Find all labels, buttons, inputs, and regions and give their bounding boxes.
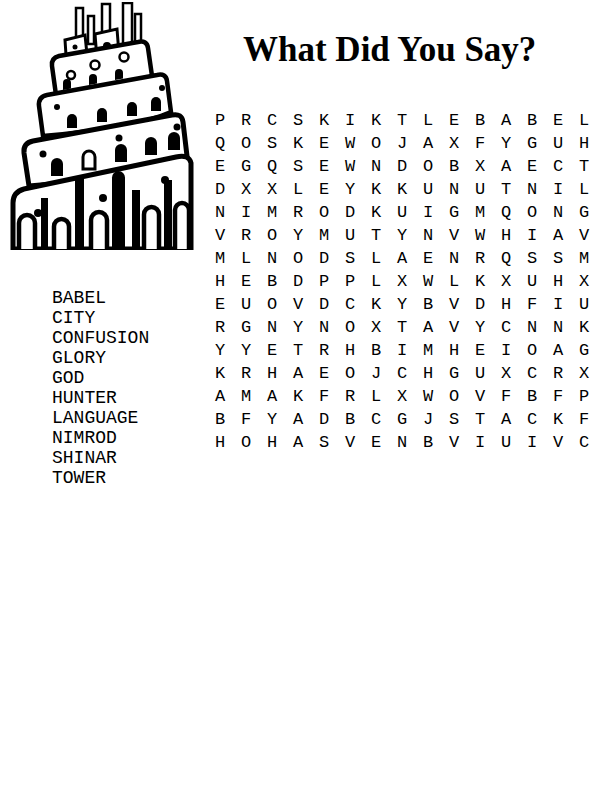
grid-cell[interactable]: E xyxy=(441,109,467,132)
grid-cell[interactable]: F xyxy=(519,293,545,316)
grid-cell[interactable]: D xyxy=(311,293,337,316)
grid-cell[interactable]: K xyxy=(207,362,233,385)
grid-cell[interactable]: T xyxy=(389,316,415,339)
grid-cell[interactable]: J xyxy=(363,362,389,385)
grid-cell[interactable]: Y xyxy=(337,178,363,201)
grid-cell[interactable]: L xyxy=(571,178,597,201)
grid-cell[interactable]: X xyxy=(467,155,493,178)
grid-cell[interactable]: H xyxy=(545,270,571,293)
grid-cell[interactable]: L xyxy=(285,178,311,201)
grid-cell[interactable]: D xyxy=(285,270,311,293)
grid-cell[interactable]: T xyxy=(285,339,311,362)
word-search-grid: PRCSKIKTLEBABELQOSKEWOJAXFYGUHEGQSEWNDOB… xyxy=(207,109,597,454)
grid-cell[interactable]: I xyxy=(493,339,519,362)
grid-cell[interactable]: W xyxy=(467,224,493,247)
grid-cell[interactable]: S xyxy=(285,155,311,178)
grid-cell[interactable]: U xyxy=(545,132,571,155)
grid-cell[interactable]: C xyxy=(493,316,519,339)
grid-cell[interactable]: H xyxy=(207,270,233,293)
grid-cell[interactable]: K xyxy=(285,385,311,408)
grid-cell[interactable]: A xyxy=(493,109,519,132)
grid-cell[interactable]: W xyxy=(337,155,363,178)
grid-cell[interactable]: K xyxy=(389,178,415,201)
grid-cell[interactable]: G xyxy=(519,132,545,155)
grid-cell[interactable]: L xyxy=(441,270,467,293)
tower-of-babel-icon xyxy=(5,2,200,250)
grid-cell[interactable]: I xyxy=(389,339,415,362)
grid-cell[interactable]: N xyxy=(545,201,571,224)
grid-cell[interactable]: I xyxy=(233,201,259,224)
grid-cell[interactable]: V xyxy=(545,431,571,454)
grid-cell[interactable]: Y xyxy=(207,339,233,362)
grid-cell[interactable]: S xyxy=(259,132,285,155)
grid-cell[interactable]: R xyxy=(545,362,571,385)
grid-cell[interactable]: D xyxy=(467,293,493,316)
grid-cell[interactable]: K xyxy=(285,132,311,155)
grid-cell[interactable]: F xyxy=(233,408,259,431)
word-list-item: HUNTER xyxy=(52,388,149,408)
grid-cell[interactable]: J xyxy=(389,132,415,155)
grid-cell[interactable]: S xyxy=(519,247,545,270)
grid-cell[interactable]: H xyxy=(207,431,233,454)
grid-cell[interactable]: X xyxy=(233,178,259,201)
grid-cell[interactable]: C xyxy=(545,155,571,178)
grid-cell[interactable]: X xyxy=(571,362,597,385)
grid-cell[interactable]: A xyxy=(285,362,311,385)
grid-cell[interactable]: X xyxy=(571,270,597,293)
grid-cell[interactable]: A xyxy=(285,408,311,431)
grid-cell[interactable]: X xyxy=(389,270,415,293)
grid-cell[interactable]: Q xyxy=(207,132,233,155)
grid-cell[interactable]: K xyxy=(363,201,389,224)
grid-cell[interactable]: B xyxy=(337,408,363,431)
grid-cell[interactable]: S xyxy=(337,247,363,270)
grid-cell[interactable]: V xyxy=(337,431,363,454)
grid-cell[interactable]: E xyxy=(207,155,233,178)
grid-cell[interactable]: K xyxy=(363,293,389,316)
grid-cell[interactable]: H xyxy=(259,362,285,385)
grid-cell[interactable]: K xyxy=(467,270,493,293)
grid-cell[interactable]: T xyxy=(571,155,597,178)
grid-cell[interactable]: O xyxy=(259,293,285,316)
grid-cell[interactable]: O xyxy=(519,339,545,362)
grid-cell[interactable]: N xyxy=(259,247,285,270)
grid-cell[interactable]: N xyxy=(389,431,415,454)
grid-cell[interactable]: P xyxy=(337,270,363,293)
grid-cell[interactable]: B xyxy=(415,293,441,316)
grid-cell[interactable]: N xyxy=(311,316,337,339)
grid-cell[interactable]: E xyxy=(311,362,337,385)
grid-cell[interactable]: A xyxy=(259,385,285,408)
grid-cell[interactable]: H xyxy=(441,339,467,362)
grid-cell[interactable]: N xyxy=(519,178,545,201)
grid-cell[interactable]: L xyxy=(363,247,389,270)
grid-cell[interactable]: E xyxy=(363,431,389,454)
grid-cell[interactable]: R xyxy=(311,339,337,362)
grid-cell[interactable]: R xyxy=(207,316,233,339)
grid-cell[interactable]: E xyxy=(545,109,571,132)
grid-cell[interactable]: M xyxy=(571,247,597,270)
grid-cell[interactable]: O xyxy=(233,132,259,155)
grid-cell[interactable]: S xyxy=(545,247,571,270)
grid-cell[interactable]: U xyxy=(467,178,493,201)
grid-cell[interactable]: H xyxy=(259,431,285,454)
grid-cell[interactable]: C xyxy=(519,408,545,431)
grid-cell[interactable]: O xyxy=(363,132,389,155)
grid-cell[interactable]: V xyxy=(467,385,493,408)
grid-cell[interactable]: F xyxy=(545,385,571,408)
grid-cell[interactable]: D xyxy=(311,408,337,431)
grid-cell[interactable]: G xyxy=(441,362,467,385)
grid-cell[interactable]: T xyxy=(493,178,519,201)
grid-cell[interactable]: N xyxy=(441,247,467,270)
grid-cell[interactable]: E xyxy=(311,132,337,155)
grid-cell[interactable]: W xyxy=(415,270,441,293)
grid-cell[interactable]: R xyxy=(337,385,363,408)
grid-cell[interactable]: Y xyxy=(233,339,259,362)
grid-cell[interactable]: K xyxy=(545,408,571,431)
grid-cell[interactable]: V xyxy=(207,224,233,247)
grid-cell[interactable]: P xyxy=(207,109,233,132)
grid-cell[interactable]: O xyxy=(285,247,311,270)
grid-cell[interactable]: F xyxy=(493,385,519,408)
word-list-item: LANGUAGE xyxy=(52,408,149,428)
word-list-item: GOD xyxy=(52,368,149,388)
grid-cell[interactable]: H xyxy=(337,339,363,362)
grid-cell[interactable]: Y xyxy=(389,224,415,247)
grid-cell[interactable]: B xyxy=(467,109,493,132)
grid-cell[interactable]: V xyxy=(441,224,467,247)
grid-cell[interactable]: S xyxy=(441,408,467,431)
grid-cell[interactable]: G xyxy=(571,201,597,224)
grid-cell[interactable]: K xyxy=(311,109,337,132)
grid-cell[interactable]: L xyxy=(233,247,259,270)
grid-cell[interactable]: F xyxy=(311,385,337,408)
grid-cell[interactable]: B xyxy=(207,408,233,431)
grid-cell[interactable]: G xyxy=(233,316,259,339)
grid-cell[interactable]: P xyxy=(571,385,597,408)
grid-cell[interactable]: A xyxy=(415,132,441,155)
grid-cell[interactable]: A xyxy=(207,385,233,408)
grid-cell[interactable]: M xyxy=(259,201,285,224)
grid-cell[interactable]: R xyxy=(233,109,259,132)
grid-cell[interactable]: V xyxy=(441,293,467,316)
grid-cell[interactable]: R xyxy=(233,224,259,247)
grid-cell[interactable]: C xyxy=(337,293,363,316)
grid-cell[interactable]: V xyxy=(441,431,467,454)
grid-cell[interactable]: B xyxy=(415,431,441,454)
word-list-item: BABEL xyxy=(52,288,149,308)
grid-cell[interactable]: O xyxy=(337,316,363,339)
grid-cell[interactable]: C xyxy=(363,408,389,431)
grid-cell[interactable]: E xyxy=(519,155,545,178)
grid-cell[interactable]: W xyxy=(415,385,441,408)
grid-cell[interactable]: O xyxy=(311,201,337,224)
grid-cell[interactable]: Y xyxy=(467,316,493,339)
grid-cell[interactable]: I xyxy=(415,201,441,224)
grid-cell[interactable]: V xyxy=(441,316,467,339)
grid-cell[interactable]: G xyxy=(389,408,415,431)
grid-cell[interactable]: Y xyxy=(389,293,415,316)
grid-cell[interactable]: F xyxy=(571,408,597,431)
grid-cell[interactable]: B xyxy=(519,385,545,408)
grid-cell[interactable]: M xyxy=(415,339,441,362)
grid-cell[interactable]: Y xyxy=(285,316,311,339)
grid-cell[interactable]: S xyxy=(311,431,337,454)
grid-cell[interactable]: E xyxy=(415,247,441,270)
grid-cell[interactable]: A xyxy=(545,339,571,362)
grid-cell[interactable]: U xyxy=(233,293,259,316)
grid-cell[interactable]: U xyxy=(467,362,493,385)
grid-cell[interactable]: U xyxy=(415,178,441,201)
grid-cell[interactable]: M xyxy=(233,385,259,408)
grid-cell[interactable]: M xyxy=(207,247,233,270)
grid-cell[interactable]: E xyxy=(311,155,337,178)
grid-cell[interactable]: T xyxy=(389,109,415,132)
grid-cell[interactable]: G xyxy=(233,155,259,178)
word-list: BABELCITYCONFUSIONGLORYGODHUNTERLANGUAGE… xyxy=(52,288,149,488)
grid-cell[interactable]: H xyxy=(493,293,519,316)
grid-cell[interactable]: E xyxy=(233,270,259,293)
grid-cell[interactable]: H xyxy=(571,132,597,155)
grid-cell[interactable]: G xyxy=(441,201,467,224)
grid-cell[interactable]: X xyxy=(493,270,519,293)
grid-cell[interactable]: M xyxy=(311,224,337,247)
grid-cell[interactable]: V xyxy=(285,293,311,316)
grid-cell[interactable]: H xyxy=(493,224,519,247)
grid-cell[interactable]: E xyxy=(207,293,233,316)
word-list-item: NIMROD xyxy=(52,428,149,448)
grid-cell[interactable]: J xyxy=(415,408,441,431)
word-list-item: CONFUSION xyxy=(52,328,149,348)
grid-cell[interactable]: I xyxy=(545,178,571,201)
grid-cell[interactable]: U xyxy=(389,201,415,224)
grid-cell[interactable]: T xyxy=(363,224,389,247)
grid-cell[interactable]: L xyxy=(415,109,441,132)
grid-cell[interactable]: X xyxy=(493,362,519,385)
grid-cell[interactable]: O xyxy=(259,224,285,247)
grid-cell[interactable]: H xyxy=(415,362,441,385)
grid-cell[interactable]: U xyxy=(571,293,597,316)
grid-cell[interactable]: C xyxy=(519,362,545,385)
grid-cell[interactable]: C xyxy=(259,109,285,132)
grid-cell[interactable]: A xyxy=(493,408,519,431)
grid-cell[interactable]: N xyxy=(545,316,571,339)
grid-cell[interactable]: X xyxy=(259,178,285,201)
grid-cell[interactable]: N xyxy=(363,155,389,178)
grid-cell[interactable]: C xyxy=(571,431,597,454)
grid-cell[interactable]: Q xyxy=(259,155,285,178)
grid-cell[interactable]: C xyxy=(389,362,415,385)
grid-cell[interactable]: N xyxy=(259,316,285,339)
word-list-item: SHINAR xyxy=(52,448,149,468)
grid-cell[interactable]: V xyxy=(571,224,597,247)
grid-cell[interactable]: D xyxy=(389,155,415,178)
grid-cell[interactable]: N xyxy=(415,224,441,247)
grid-cell[interactable]: B xyxy=(519,109,545,132)
grid-cell[interactable]: N xyxy=(519,316,545,339)
grid-cell[interactable]: U xyxy=(337,224,363,247)
grid-cell[interactable]: O xyxy=(233,431,259,454)
grid-cell[interactable]: E xyxy=(311,178,337,201)
grid-cell[interactable]: U xyxy=(519,270,545,293)
grid-cell[interactable]: G xyxy=(571,339,597,362)
grid-cell[interactable]: X xyxy=(389,385,415,408)
grid-cell[interactable]: I xyxy=(519,224,545,247)
grid-cell[interactable]: K xyxy=(363,109,389,132)
word-list-item: GLORY xyxy=(52,348,149,368)
grid-cell[interactable]: X xyxy=(363,316,389,339)
grid-cell[interactable]: O xyxy=(415,155,441,178)
word-list-item: CITY xyxy=(52,308,149,328)
grid-cell[interactable]: F xyxy=(467,132,493,155)
grid-cell[interactable]: X xyxy=(441,132,467,155)
grid-cell[interactable]: B xyxy=(441,155,467,178)
grid-cell[interactable]: A xyxy=(545,224,571,247)
grid-cell[interactable]: Y xyxy=(285,224,311,247)
grid-cell[interactable]: M xyxy=(467,201,493,224)
grid-cell[interactable]: W xyxy=(337,132,363,155)
grid-cell[interactable]: B xyxy=(363,339,389,362)
grid-cell[interactable]: U xyxy=(493,431,519,454)
grid-cell[interactable]: K xyxy=(571,316,597,339)
word-list-item: TOWER xyxy=(52,468,149,488)
grid-cell[interactable]: Q xyxy=(493,247,519,270)
puzzle-title: What Did You Say? xyxy=(243,30,536,70)
grid-cell[interactable]: I xyxy=(519,431,545,454)
grid-cell[interactable]: R xyxy=(467,247,493,270)
grid-cell[interactable]: E xyxy=(259,339,285,362)
grid-cell[interactable]: O xyxy=(337,362,363,385)
grid-cell[interactable]: B xyxy=(259,270,285,293)
grid-cell[interactable]: T xyxy=(467,408,493,431)
grid-cell[interactable]: K xyxy=(363,178,389,201)
grid-cell[interactable]: D xyxy=(311,247,337,270)
grid-cell[interactable]: A xyxy=(389,247,415,270)
worksheet-page: What Did You Say? BABELCITYCONFUSIONGLOR… xyxy=(0,0,600,800)
grid-cell[interactable]: N xyxy=(207,201,233,224)
grid-cell[interactable]: I xyxy=(337,109,363,132)
grid-cell[interactable]: D xyxy=(337,201,363,224)
grid-cell[interactable]: L xyxy=(363,270,389,293)
grid-cell[interactable]: R xyxy=(285,201,311,224)
grid-cell[interactable]: P xyxy=(311,270,337,293)
grid-cell[interactable]: R xyxy=(233,362,259,385)
grid-cell[interactable]: A xyxy=(493,155,519,178)
grid-cell[interactable]: E xyxy=(467,339,493,362)
grid-cell[interactable]: Q xyxy=(493,201,519,224)
grid-cell[interactable]: D xyxy=(207,178,233,201)
grid-cell[interactable]: Y xyxy=(493,132,519,155)
grid-cell[interactable]: N xyxy=(441,178,467,201)
grid-cell[interactable]: O xyxy=(519,201,545,224)
grid-cell[interactable]: O xyxy=(441,385,467,408)
grid-cell[interactable]: Y xyxy=(259,408,285,431)
grid-cell[interactable]: I xyxy=(467,431,493,454)
grid-cell[interactable]: A xyxy=(415,316,441,339)
grid-cell[interactable]: S xyxy=(285,109,311,132)
grid-cell[interactable]: L xyxy=(363,385,389,408)
grid-cell[interactable]: A xyxy=(285,431,311,454)
grid-cell[interactable]: I xyxy=(545,293,571,316)
grid-cell[interactable]: L xyxy=(571,109,597,132)
